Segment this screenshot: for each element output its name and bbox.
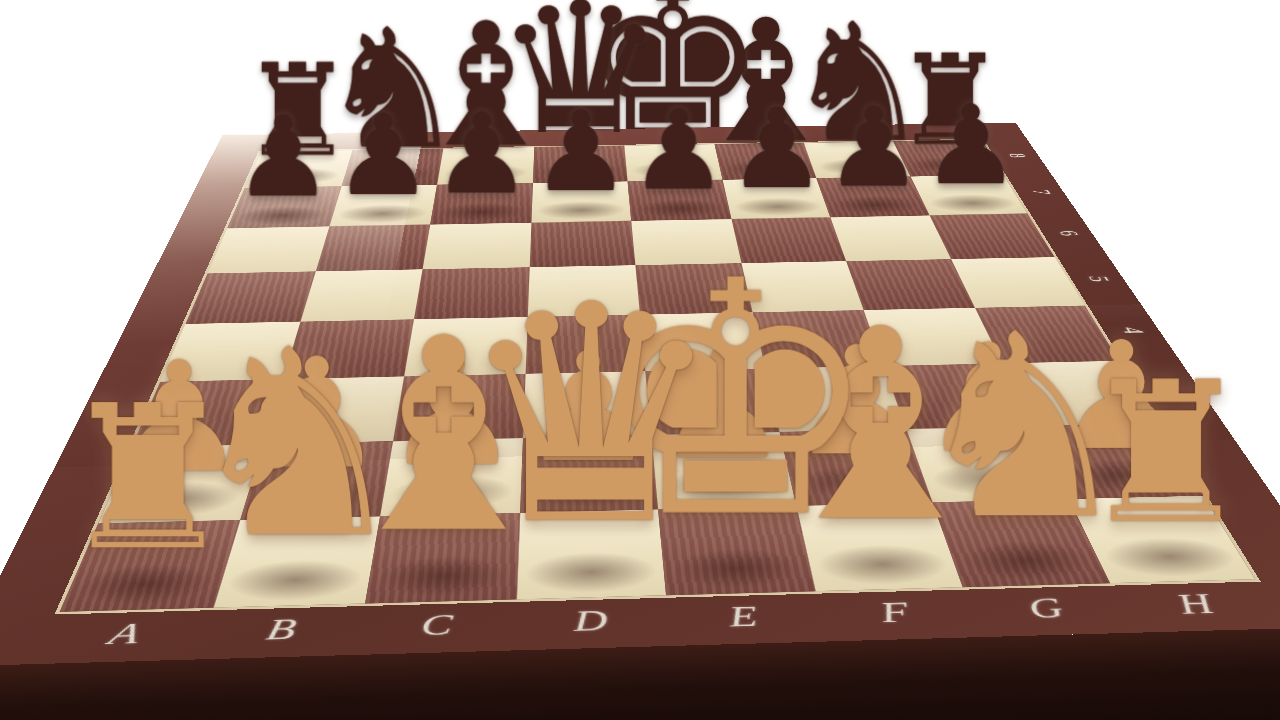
white-rook-a1[interactable]: ♜: [59, 379, 237, 578]
square-g7[interactable]: ♟: [816, 176, 929, 217]
file-label-g: G: [965, 588, 1131, 630]
rank-label-text: 6: [1053, 230, 1084, 236]
file-label-h: H: [1113, 584, 1280, 625]
board-squares: ♜♞♝♛♚♝♞♜♟♟♟♟♟♟♟♟♟♟♟♟♟♟♟♟♜♞♝♛♚♝♞♜: [60, 140, 1255, 612]
file-label-b: B: [199, 608, 364, 651]
rank-label-text: 7: [1027, 190, 1056, 195]
scene: ♜♞♝♛♚♝♞♜♟♟♟♟♟♟♟♟♟♟♟♟♟♟♟♟♜♞♝♛♚♝♞♜ ABCDEFG…: [0, 0, 1280, 720]
file-label-d: D: [514, 600, 670, 642]
square-b1[interactable]: ♞: [213, 516, 380, 608]
square-b7[interactable]: ♟: [329, 185, 437, 227]
file-label-f: F: [816, 592, 978, 634]
black-pawn-f7[interactable]: ♟: [728, 95, 826, 205]
square-a6[interactable]: [208, 226, 329, 273]
square-h7[interactable]: ♟: [910, 175, 1027, 216]
file-label-a: A: [40, 612, 211, 655]
black-pawn-h7[interactable]: ♟: [922, 92, 1020, 201]
black-pawn-a7[interactable]: ♟: [234, 102, 333, 213]
black-pawn-e7[interactable]: ♟: [630, 96, 729, 206]
file-label-c: C: [357, 604, 516, 647]
chess-board: ♜♞♝♛♚♝♞♜♟♟♟♟♟♟♟♟♟♟♟♟♟♟♟♟♜♞♝♛♚♝♞♜ ABCDEFG…: [0, 123, 1280, 667]
black-pawn-g7[interactable]: ♟: [825, 93, 923, 202]
black-pawn-d7[interactable]: ♟: [531, 98, 630, 208]
square-c7[interactable]: ♟: [430, 183, 532, 225]
square-a7[interactable]: ♟: [227, 186, 341, 228]
square-b6[interactable]: [315, 224, 430, 271]
file-label-e: E: [667, 596, 825, 638]
black-pawn-c7[interactable]: ♟: [433, 99, 532, 209]
black-pawn-b7[interactable]: ♟: [333, 101, 432, 212]
square-h6[interactable]: [929, 214, 1054, 259]
square-a1[interactable]: ♜: [60, 520, 240, 612]
